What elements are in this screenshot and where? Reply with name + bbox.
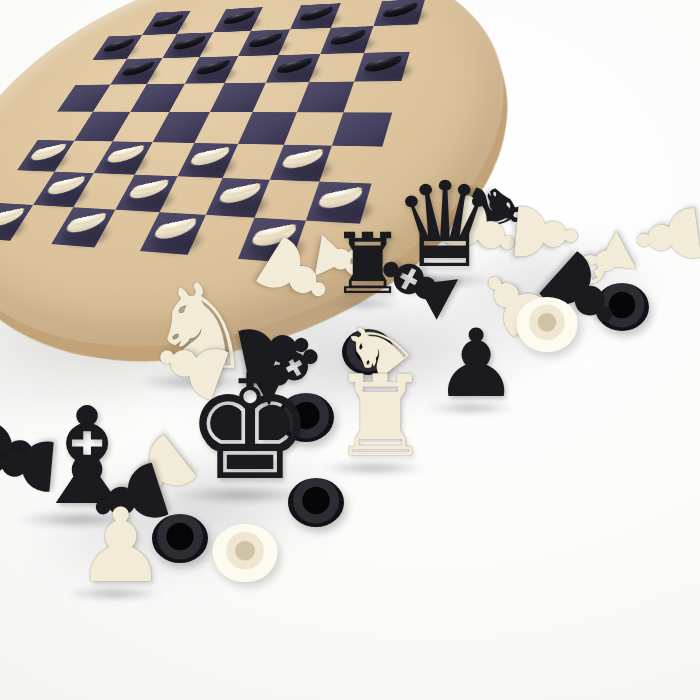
white-piece-base-ring [516, 297, 578, 352]
photo-scene: ♞♟♟♛♟♝♜♟♝♟♝♟♞♟♞♝♟♟♜♟♚♟♝♟♟♟ [0, 0, 700, 700]
pawn-glyph: ♟ [75, 495, 148, 597]
black-piece-base-ring [288, 478, 344, 527]
rook-glyph: ♜ [330, 360, 411, 472]
white-rook-standing: ♜ [330, 360, 411, 472]
chess-piece-pile: ♞♟♟♛♟♝♜♟♝♟♝♟♞♟♞♝♟♟♜♟♚♟♝♟♟♟ [0, 0, 700, 700]
white-pawn-standing: ♟ [75, 495, 148, 597]
pawn-glyph: ♟ [434, 317, 502, 411]
white-piece-base-ring [212, 524, 278, 582]
black-pawn-standing: ♟ [434, 317, 502, 411]
